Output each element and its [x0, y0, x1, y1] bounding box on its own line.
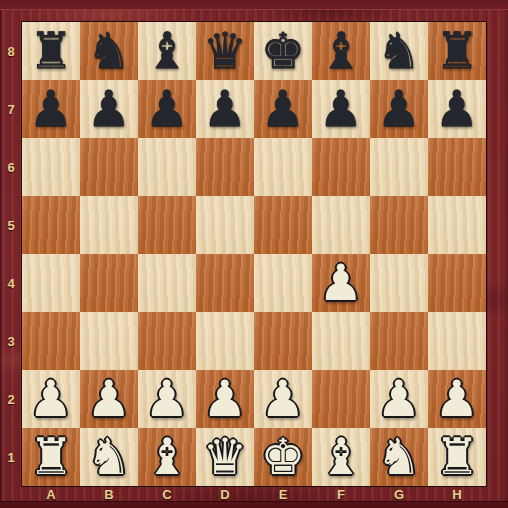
- chessboard: ♜♞♝♛♚♝♞♜♟♟♟♟♟♟♟♟♟♟♟♟♟♟♟♟♜♞♝♛♚♝♞♜: [22, 22, 486, 486]
- square-h3[interactable]: [428, 312, 486, 370]
- rank-label-5: 5: [0, 196, 22, 254]
- rank-label-4: 4: [0, 254, 22, 312]
- piece-white-pawn[interactable]: ♟: [377, 370, 422, 428]
- square-h1[interactable]: ♜: [428, 428, 486, 486]
- square-f1[interactable]: ♝: [312, 428, 370, 486]
- square-c2[interactable]: ♟: [138, 370, 196, 428]
- square-d8[interactable]: ♛: [196, 22, 254, 80]
- square-a7[interactable]: ♟: [22, 80, 80, 138]
- square-a6[interactable]: [22, 138, 80, 196]
- piece-black-bishop[interactable]: ♝: [145, 22, 190, 80]
- piece-white-pawn[interactable]: ♟: [29, 370, 74, 428]
- square-c7[interactable]: ♟: [138, 80, 196, 138]
- chessboard-frame: ♜♞♝♛♚♝♞♜♟♟♟♟♟♟♟♟♟♟♟♟♟♟♟♟♜♞♝♛♚♝♞♜ 8765432…: [0, 0, 508, 508]
- file-label-e: E: [254, 485, 312, 503]
- piece-white-knight[interactable]: ♞: [377, 428, 422, 486]
- square-f2[interactable]: [312, 370, 370, 428]
- square-h6[interactable]: [428, 138, 486, 196]
- square-d1[interactable]: ♛: [196, 428, 254, 486]
- file-label-h: H: [428, 485, 486, 503]
- piece-black-bishop[interactable]: ♝: [319, 22, 364, 80]
- piece-black-queen[interactable]: ♛: [203, 22, 248, 80]
- square-d5[interactable]: [196, 196, 254, 254]
- square-e7[interactable]: ♟: [254, 80, 312, 138]
- rank-label-8: 8: [0, 22, 22, 80]
- piece-white-pawn[interactable]: ♟: [203, 370, 248, 428]
- square-b2[interactable]: ♟: [80, 370, 138, 428]
- piece-black-pawn[interactable]: ♟: [87, 80, 132, 138]
- square-f6[interactable]: [312, 138, 370, 196]
- square-c1[interactable]: ♝: [138, 428, 196, 486]
- file-label-f: F: [312, 485, 370, 503]
- piece-black-knight[interactable]: ♞: [87, 22, 132, 80]
- piece-white-king[interactable]: ♚: [261, 428, 306, 486]
- square-a1[interactable]: ♜: [22, 428, 80, 486]
- square-f5[interactable]: [312, 196, 370, 254]
- square-g4[interactable]: [370, 254, 428, 312]
- file-label-c: C: [138, 485, 196, 503]
- square-c8[interactable]: ♝: [138, 22, 196, 80]
- square-h2[interactable]: ♟: [428, 370, 486, 428]
- square-a2[interactable]: ♟: [22, 370, 80, 428]
- piece-white-knight[interactable]: ♞: [87, 428, 132, 486]
- square-c3[interactable]: [138, 312, 196, 370]
- rank-label-2: 2: [0, 370, 22, 428]
- square-e8[interactable]: ♚: [254, 22, 312, 80]
- square-c6[interactable]: [138, 138, 196, 196]
- piece-black-pawn[interactable]: ♟: [203, 80, 248, 138]
- piece-black-rook[interactable]: ♜: [29, 22, 74, 80]
- square-b3[interactable]: [80, 312, 138, 370]
- piece-white-queen[interactable]: ♛: [203, 428, 248, 486]
- square-h7[interactable]: ♟: [428, 80, 486, 138]
- square-b7[interactable]: ♟: [80, 80, 138, 138]
- file-label-b: B: [80, 485, 138, 503]
- piece-white-pawn[interactable]: ♟: [261, 370, 306, 428]
- square-g3[interactable]: [370, 312, 428, 370]
- square-g1[interactable]: ♞: [370, 428, 428, 486]
- piece-white-bishop[interactable]: ♝: [145, 428, 190, 486]
- square-d4[interactable]: [196, 254, 254, 312]
- piece-white-rook[interactable]: ♜: [435, 428, 480, 486]
- rank-label-1: 1: [0, 428, 22, 486]
- piece-black-pawn[interactable]: ♟: [319, 80, 364, 138]
- square-a3[interactable]: [22, 312, 80, 370]
- square-e2[interactable]: ♟: [254, 370, 312, 428]
- square-a8[interactable]: ♜: [22, 22, 80, 80]
- piece-black-king[interactable]: ♚: [261, 22, 306, 80]
- piece-white-rook[interactable]: ♜: [29, 428, 74, 486]
- square-g5[interactable]: [370, 196, 428, 254]
- square-a5[interactable]: [22, 196, 80, 254]
- square-d7[interactable]: ♟: [196, 80, 254, 138]
- piece-white-pawn[interactable]: ♟: [145, 370, 190, 428]
- square-f3[interactable]: [312, 312, 370, 370]
- piece-black-pawn[interactable]: ♟: [145, 80, 190, 138]
- square-g8[interactable]: ♞: [370, 22, 428, 80]
- square-e3[interactable]: [254, 312, 312, 370]
- square-d3[interactable]: [196, 312, 254, 370]
- square-b1[interactable]: ♞: [80, 428, 138, 486]
- piece-black-pawn[interactable]: ♟: [377, 80, 422, 138]
- square-e5[interactable]: [254, 196, 312, 254]
- piece-white-bishop[interactable]: ♝: [319, 428, 364, 486]
- square-a4[interactable]: [22, 254, 80, 312]
- file-label-d: D: [196, 485, 254, 503]
- square-b4[interactable]: [80, 254, 138, 312]
- square-h5[interactable]: [428, 196, 486, 254]
- piece-black-knight[interactable]: ♞: [377, 22, 422, 80]
- square-h4[interactable]: [428, 254, 486, 312]
- square-g7[interactable]: ♟: [370, 80, 428, 138]
- square-d6[interactable]: [196, 138, 254, 196]
- square-c5[interactable]: [138, 196, 196, 254]
- square-g6[interactable]: [370, 138, 428, 196]
- square-b8[interactable]: ♞: [80, 22, 138, 80]
- square-f8[interactable]: ♝: [312, 22, 370, 80]
- square-c4[interactable]: [138, 254, 196, 312]
- rank-label-6: 6: [0, 138, 22, 196]
- file-label-a: A: [22, 485, 80, 503]
- piece-white-pawn[interactable]: ♟: [435, 370, 480, 428]
- piece-black-pawn[interactable]: ♟: [29, 80, 74, 138]
- file-label-g: G: [370, 485, 428, 503]
- piece-white-pawn[interactable]: ♟: [319, 254, 364, 312]
- square-b5[interactable]: [80, 196, 138, 254]
- square-e4[interactable]: [254, 254, 312, 312]
- rank-label-3: 3: [0, 312, 22, 370]
- piece-black-pawn[interactable]: ♟: [435, 80, 480, 138]
- square-f7[interactable]: ♟: [312, 80, 370, 138]
- rank-label-7: 7: [0, 80, 22, 138]
- square-e6[interactable]: [254, 138, 312, 196]
- piece-black-rook[interactable]: ♜: [435, 22, 480, 80]
- piece-white-pawn[interactable]: ♟: [87, 370, 132, 428]
- square-e1[interactable]: ♚: [254, 428, 312, 486]
- piece-black-pawn[interactable]: ♟: [261, 80, 306, 138]
- square-f4[interactable]: ♟: [312, 254, 370, 312]
- square-b6[interactable]: [80, 138, 138, 196]
- square-g2[interactable]: ♟: [370, 370, 428, 428]
- square-h8[interactable]: ♜: [428, 22, 486, 80]
- square-d2[interactable]: ♟: [196, 370, 254, 428]
